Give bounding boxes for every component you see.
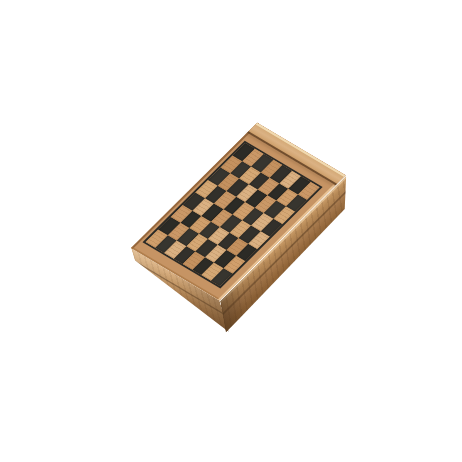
product-photo (0, 0, 462, 462)
checkerboard (143, 141, 323, 289)
